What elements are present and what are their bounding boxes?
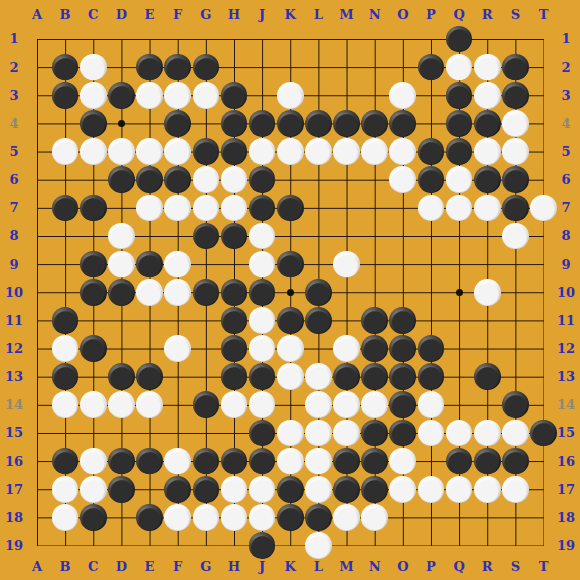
white-stone: ● [249,391,276,418]
white-stone: ● [530,195,557,222]
intersection-F2[interactable]: ● [164,53,192,81]
intersection-D2[interactable] [107,53,135,81]
white-stone: ● [305,363,332,390]
intersection-B18[interactable]: ● [51,503,79,531]
intersection-O7[interactable] [389,194,417,222]
col-label-top-P: P [417,6,445,22]
intersection-G8[interactable]: ● [192,222,220,250]
intersection-M1[interactable] [332,25,360,53]
intersection-Q15[interactable]: ● [445,419,473,447]
intersection-B9[interactable] [51,250,79,278]
col-label-top-S: S [501,6,529,22]
black-stone: ● [52,307,79,334]
intersection-J1[interactable] [248,25,276,53]
intersection-O15[interactable]: ● [389,419,417,447]
intersection-A8[interactable] [23,222,51,250]
black-stone: ● [80,504,107,531]
intersection-L8[interactable] [304,222,332,250]
intersection-Q11[interactable] [445,306,473,334]
col-label-bottom-P: P [417,558,445,574]
intersection-G15[interactable] [192,419,220,447]
col-label-bottom-H: H [220,558,248,574]
intersection-L6[interactable] [304,166,332,194]
intersection-P3[interactable] [417,81,445,109]
intersection-O16[interactable]: ● [389,447,417,475]
intersection-T9[interactable] [529,250,557,278]
intersection-T7[interactable]: ● [529,194,557,222]
intersection-M15[interactable]: ● [332,419,360,447]
intersection-C16[interactable]: ● [79,447,107,475]
intersection-T19[interactable] [529,531,557,559]
intersection-T5[interactable] [529,137,557,165]
col-label-bottom-Q: Q [445,558,473,574]
intersection-P16[interactable] [417,447,445,475]
intersection-E7[interactable]: ● [135,194,163,222]
intersection-G3[interactable]: ● [192,81,220,109]
intersection-G18[interactable]: ● [192,503,220,531]
intersection-Q12[interactable] [445,334,473,362]
intersection-T13[interactable] [529,363,557,391]
intersection-H19[interactable] [220,531,248,559]
intersection-P8[interactable] [417,222,445,250]
intersection-E16[interactable]: ● [135,447,163,475]
intersection-S12[interactable] [501,334,529,362]
intersection-Q7[interactable]: ● [445,194,473,222]
col-label-bottom-C: C [79,558,107,574]
intersection-N16[interactable]: ● [361,447,389,475]
intersection-E1[interactable] [135,25,163,53]
intersection-C18[interactable]: ● [79,503,107,531]
intersection-B5[interactable]: ● [51,137,79,165]
intersection-F12[interactable]: ● [164,334,192,362]
col-label-top-Q: Q [445,6,473,22]
intersection-C7[interactable]: ● [79,194,107,222]
intersection-R1[interactable] [473,25,501,53]
intersection-F18[interactable]: ● [164,503,192,531]
white-stone: ● [249,138,276,165]
white-stone: ● [108,391,135,418]
white-stone: ● [193,504,220,531]
intersection-A6[interactable] [23,166,51,194]
white-stone: ● [474,279,501,306]
intersection-J15[interactable]: ● [248,419,276,447]
intersection-N7[interactable] [361,194,389,222]
intersection-A13[interactable] [23,363,51,391]
intersection-A9[interactable] [23,250,51,278]
intersection-D15[interactable] [107,419,135,447]
white-stone: ● [446,195,473,222]
intersection-H15[interactable] [220,419,248,447]
intersection-G11[interactable] [192,306,220,334]
intersection-N5[interactable]: ● [361,137,389,165]
intersection-K18[interactable]: ● [276,503,304,531]
intersection-L16[interactable]: ● [304,447,332,475]
intersection-N15[interactable]: ● [361,419,389,447]
intersection-Q19[interactable] [445,531,473,559]
intersection-O18[interactable] [389,503,417,531]
intersection-P7[interactable]: ● [417,194,445,222]
intersection-P1[interactable] [417,25,445,53]
black-stone: ● [193,138,220,165]
intersection-O17[interactable]: ● [389,475,417,503]
intersection-S10[interactable] [501,278,529,306]
intersection-P9[interactable] [417,250,445,278]
intersection-J2[interactable] [248,53,276,81]
intersection-K13[interactable]: ● [276,363,304,391]
intersection-C14[interactable]: ● [79,391,107,419]
intersection-D6[interactable]: ● [107,166,135,194]
intersection-S1[interactable] [501,25,529,53]
intersection-T15[interactable]: ● [529,419,557,447]
intersection-D17[interactable]: ● [107,475,135,503]
intersection-K7[interactable]: ● [276,194,304,222]
intersection-O1[interactable] [389,25,417,53]
intersection-D9[interactable]: ● [107,250,135,278]
intersection-F7[interactable]: ● [164,194,192,222]
intersection-R8[interactable] [473,222,501,250]
intersection-G10[interactable]: ● [192,278,220,306]
intersection-F9[interactable]: ● [164,250,192,278]
intersection-M10[interactable] [332,278,360,306]
intersection-Q13[interactable] [445,363,473,391]
white-stone: ● [446,476,473,503]
black-stone: ● [221,335,248,362]
intersection-E8[interactable] [135,222,163,250]
intersection-P19[interactable] [417,531,445,559]
intersection-H14[interactable]: ● [220,391,248,419]
intersection-C1[interactable] [79,25,107,53]
black-stone: ● [249,166,276,193]
intersection-A15[interactable] [23,419,51,447]
intersection-B2[interactable]: ● [51,53,79,81]
intersection-C12[interactable]: ● [79,334,107,362]
intersection-F8[interactable] [164,222,192,250]
intersection-K8[interactable] [276,222,304,250]
col-label-bottom-B: B [51,558,79,574]
black-stone: ● [164,110,191,137]
white-stone: ● [164,448,191,475]
intersection-B16[interactable]: ● [51,447,79,475]
intersection-A12[interactable] [23,334,51,362]
intersection-G19[interactable] [192,531,220,559]
intersection-F10[interactable]: ● [164,278,192,306]
intersection-P17[interactable]: ● [417,475,445,503]
intersection-J16[interactable]: ● [248,447,276,475]
intersection-D18[interactable] [107,503,135,531]
intersection-A1[interactable] [23,25,51,53]
white-stone: ● [333,391,360,418]
intersection-E3[interactable]: ● [135,81,163,109]
black-stone: ● [446,110,473,137]
intersection-N2[interactable] [361,53,389,81]
intersection-K9[interactable]: ● [276,250,304,278]
black-stone: ● [164,476,191,503]
white-stone: ● [108,223,135,250]
col-label-top-T: T [529,6,557,22]
white-stone: ● [277,138,304,165]
intersection-M7[interactable] [332,194,360,222]
black-stone: ● [333,363,360,390]
intersection-N19[interactable] [361,531,389,559]
intersection-G9[interactable] [192,250,220,278]
intersection-M6[interactable] [332,166,360,194]
black-stone: ● [136,54,163,81]
intersection-L11[interactable]: ● [304,306,332,334]
black-stone: ● [446,448,473,475]
intersection-S15[interactable]: ● [501,419,529,447]
intersection-O2[interactable] [389,53,417,81]
intersection-P15[interactable]: ● [417,419,445,447]
intersection-E2[interactable]: ● [135,53,163,81]
intersection-C10[interactable]: ● [79,278,107,306]
intersection-L5[interactable]: ● [304,137,332,165]
intersection-K15[interactable]: ● [276,419,304,447]
intersection-L19[interactable]: ● [304,531,332,559]
intersection-M8[interactable] [332,222,360,250]
black-stone: ● [474,166,501,193]
intersection-G1[interactable] [192,25,220,53]
intersection-R10[interactable]: ● [473,278,501,306]
intersection-F15[interactable] [164,419,192,447]
intersection-N18[interactable]: ● [361,503,389,531]
intersection-R19[interactable] [473,531,501,559]
intersection-B1[interactable] [51,25,79,53]
intersection-M18[interactable]: ● [332,503,360,531]
intersection-F14[interactable] [164,391,192,419]
white-stone: ● [446,166,473,193]
intersection-H1[interactable] [220,25,248,53]
intersection-T1[interactable] [529,25,557,53]
intersection-C5[interactable]: ● [79,137,107,165]
intersection-H8[interactable]: ● [220,222,248,250]
intersection-D8[interactable]: ● [107,222,135,250]
intersection-B14[interactable]: ● [51,391,79,419]
intersection-A7[interactable] [23,194,51,222]
intersection-A16[interactable] [23,447,51,475]
intersection-N6[interactable] [361,166,389,194]
black-stone: ● [277,476,304,503]
intersection-T11[interactable] [529,306,557,334]
intersection-Q8[interactable] [445,222,473,250]
intersection-F13[interactable] [164,363,192,391]
intersection-N1[interactable] [361,25,389,53]
intersection-T3[interactable] [529,81,557,109]
intersection-L15[interactable]: ● [304,419,332,447]
intersection-T16[interactable] [529,447,557,475]
intersection-T18[interactable] [529,503,557,531]
black-stone: ● [502,391,529,418]
intersection-A18[interactable] [23,503,51,531]
intersection-R17[interactable]: ● [473,475,501,503]
intersection-K2[interactable] [276,53,304,81]
intersection-E18[interactable]: ● [135,503,163,531]
intersection-P10[interactable] [417,278,445,306]
intersection-S17[interactable]: ● [501,475,529,503]
intersection-O19[interactable] [389,531,417,559]
intersection-C9[interactable]: ● [79,250,107,278]
intersection-G12[interactable] [192,334,220,362]
intersection-H18[interactable]: ● [220,503,248,531]
intersection-K16[interactable]: ● [276,447,304,475]
intersection-C8[interactable] [79,222,107,250]
white-stone: ● [474,54,501,81]
intersection-R11[interactable] [473,306,501,334]
intersection-R2[interactable]: ● [473,53,501,81]
intersection-M19[interactable] [332,531,360,559]
intersection-E19[interactable] [135,531,163,559]
intersection-J9[interactable]: ● [248,250,276,278]
intersection-E11[interactable] [135,306,163,334]
intersection-T8[interactable] [529,222,557,250]
intersection-S18[interactable] [501,503,529,531]
intersection-G16[interactable]: ● [192,447,220,475]
intersection-S11[interactable] [501,306,529,334]
intersection-C15[interactable] [79,419,107,447]
intersection-S8[interactable]: ● [501,222,529,250]
intersection-H9[interactable] [220,250,248,278]
intersection-D19[interactable] [107,531,135,559]
black-stone: ● [193,54,220,81]
intersection-E15[interactable] [135,419,163,447]
intersection-S9[interactable] [501,250,529,278]
black-stone: ● [80,335,107,362]
intersection-J19[interactable]: ● [248,531,276,559]
white-stone: ● [333,138,360,165]
intersection-D16[interactable]: ● [107,447,135,475]
intersection-O9[interactable] [389,250,417,278]
intersection-Q16[interactable]: ● [445,447,473,475]
intersection-B15[interactable] [51,419,79,447]
black-stone: ● [333,110,360,137]
intersection-M2[interactable] [332,53,360,81]
intersection-E14[interactable]: ● [135,391,163,419]
intersection-A4[interactable] [23,109,51,137]
intersection-D11[interactable] [107,306,135,334]
black-stone: ● [305,504,332,531]
intersection-D10[interactable]: ● [107,278,135,306]
intersection-O8[interactable] [389,222,417,250]
intersection-D3[interactable]: ● [107,81,135,109]
intersection-E10[interactable]: ● [135,278,163,306]
intersection-Q18[interactable] [445,503,473,531]
intersection-S16[interactable]: ● [501,447,529,475]
intersection-L7[interactable] [304,194,332,222]
intersection-K19[interactable] [276,531,304,559]
intersection-C2[interactable]: ● [79,53,107,81]
intersection-P2[interactable]: ● [417,53,445,81]
intersection-R18[interactable] [473,503,501,531]
white-stone: ● [305,532,332,559]
col-label-top-H: H [220,6,248,22]
intersection-L1[interactable] [304,25,332,53]
intersection-Q17[interactable]: ● [445,475,473,503]
intersection-grid: ●●●●●●●●●●●●●●●●●●●●●●●●●●●●●●●●●●●●●●●●… [23,25,558,560]
intersection-P18[interactable] [417,503,445,531]
intersection-O6[interactable]: ● [389,166,417,194]
intersection-T2[interactable] [529,53,557,81]
intersection-L2[interactable] [304,53,332,81]
intersection-B7[interactable]: ● [51,194,79,222]
intersection-R15[interactable]: ● [473,419,501,447]
intersection-M16[interactable]: ● [332,447,360,475]
col-label-bottom-S: S [501,558,529,574]
white-stone: ● [221,476,248,503]
black-stone: ● [333,476,360,503]
intersection-A11[interactable] [23,306,51,334]
intersection-R9[interactable] [473,250,501,278]
intersection-Q10[interactable] [445,278,473,306]
intersection-J8[interactable]: ● [248,222,276,250]
intersection-A3[interactable] [23,81,51,109]
intersection-A17[interactable] [23,475,51,503]
black-stone: ● [136,448,163,475]
intersection-E9[interactable]: ● [135,250,163,278]
intersection-K1[interactable] [276,25,304,53]
intersection-A10[interactable] [23,278,51,306]
intersection-F16[interactable]: ● [164,447,192,475]
white-stone: ● [164,335,191,362]
intersection-B19[interactable] [51,531,79,559]
intersection-H16[interactable]: ● [220,447,248,475]
intersection-F1[interactable] [164,25,192,53]
white-stone: ● [164,195,191,222]
col-label-top-M: M [332,6,360,22]
col-label-bottom-K: K [276,558,304,574]
intersection-R16[interactable]: ● [473,447,501,475]
intersection-K5[interactable]: ● [276,137,304,165]
intersection-S2[interactable]: ● [501,53,529,81]
intersection-N8[interactable] [361,222,389,250]
intersection-D1[interactable] [107,25,135,53]
intersection-D14[interactable]: ● [107,391,135,419]
intersection-A2[interactable] [23,53,51,81]
intersection-T12[interactable] [529,334,557,362]
black-stone: ● [80,110,107,137]
intersection-T4[interactable] [529,109,557,137]
white-stone: ● [164,251,191,278]
black-stone: ● [221,448,248,475]
intersection-A19[interactable] [23,531,51,559]
intersection-R13[interactable]: ● [473,363,501,391]
intersection-S19[interactable] [501,531,529,559]
intersection-M5[interactable]: ● [332,137,360,165]
white-stone: ● [418,195,445,222]
intersection-Q1[interactable]: ● [445,25,473,53]
intersection-B8[interactable] [51,222,79,250]
intersection-N9[interactable] [361,250,389,278]
intersection-B3[interactable]: ● [51,81,79,109]
intersection-C19[interactable] [79,531,107,559]
col-label-bottom-O: O [389,558,417,574]
white-stone: ● [277,82,304,109]
black-stone: ● [361,110,388,137]
intersection-T10[interactable] [529,278,557,306]
intersection-H2[interactable] [220,53,248,81]
intersection-G14[interactable]: ● [192,391,220,419]
intersection-M9[interactable]: ● [332,250,360,278]
intersection-T17[interactable] [529,475,557,503]
intersection-Q2[interactable]: ● [445,53,473,81]
intersection-F19[interactable] [164,531,192,559]
intersection-A5[interactable] [23,137,51,165]
black-stone: ● [361,363,388,390]
intersection-R7[interactable]: ● [473,194,501,222]
intersection-A14[interactable] [23,391,51,419]
intersection-Q9[interactable] [445,250,473,278]
white-stone: ● [446,420,473,447]
intersection-L9[interactable] [304,250,332,278]
intersection-G2[interactable]: ● [192,53,220,81]
